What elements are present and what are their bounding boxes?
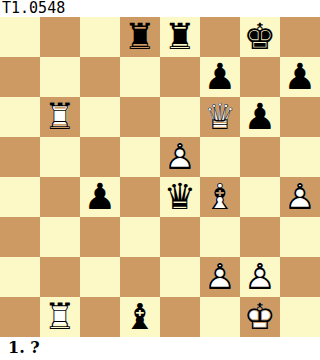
square-c2[interactable] [80, 257, 120, 297]
square-c4[interactable]: ♟ [80, 177, 120, 217]
square-h2[interactable] [280, 257, 320, 297]
square-d7[interactable] [120, 57, 160, 97]
square-b3[interactable] [40, 217, 80, 257]
piece-black-pawn[interactable]: ♟ [280, 57, 320, 97]
piece-black-pawn[interactable]: ♟ [240, 97, 280, 137]
square-h7[interactable]: ♟ [280, 57, 320, 97]
square-h4[interactable]: ♟♙ [280, 177, 320, 217]
piece-black-pawn[interactable]: ♟ [80, 177, 120, 217]
move-prompt: 1. ? [8, 338, 40, 360]
square-a6[interactable] [0, 97, 40, 137]
square-e4[interactable]: ♛ [160, 177, 200, 217]
piece-black-king[interactable]: ♚ [240, 17, 280, 57]
piece-fill-white-rook: ♜ [40, 97, 80, 137]
square-a8[interactable] [0, 17, 40, 57]
square-f2[interactable]: ♟♙ [200, 257, 240, 297]
piece-black-bishop[interactable]: ♝ [120, 297, 160, 337]
square-a2[interactable] [0, 257, 40, 297]
square-g1[interactable]: ♚♔ [240, 297, 280, 337]
square-g6[interactable]: ♟ [240, 97, 280, 137]
chess-board: ♜♜♚♟♟♜♖♛♕♟♟♙♟♛♝♗♟♙♟♙♟♙♜♖♝♚♔ [0, 17, 320, 337]
square-d1[interactable]: ♝ [120, 297, 160, 337]
square-g3[interactable] [240, 217, 280, 257]
square-c5[interactable] [80, 137, 120, 177]
square-e1[interactable] [160, 297, 200, 337]
piece-white-queen[interactable]: ♕ [200, 97, 240, 137]
square-e7[interactable] [160, 57, 200, 97]
square-d6[interactable] [120, 97, 160, 137]
piece-white-bishop[interactable]: ♗ [200, 177, 240, 217]
square-c7[interactable] [80, 57, 120, 97]
piece-white-rook[interactable]: ♖ [40, 297, 80, 337]
square-c1[interactable] [80, 297, 120, 337]
square-f4[interactable]: ♝♗ [200, 177, 240, 217]
piece-white-pawn[interactable]: ♙ [240, 257, 280, 297]
piece-fill-white-pawn: ♟ [240, 257, 280, 297]
piece-black-queen[interactable]: ♛ [160, 177, 200, 217]
square-g5[interactable] [240, 137, 280, 177]
piece-white-pawn[interactable]: ♙ [160, 137, 200, 177]
square-d5[interactable] [120, 137, 160, 177]
square-h8[interactable] [280, 17, 320, 57]
square-a3[interactable] [0, 217, 40, 257]
square-b1[interactable]: ♜♖ [40, 297, 80, 337]
square-f8[interactable] [200, 17, 240, 57]
square-e8[interactable]: ♜ [160, 17, 200, 57]
square-h3[interactable] [280, 217, 320, 257]
square-e3[interactable] [160, 217, 200, 257]
piece-fill-white-king: ♚ [240, 297, 280, 337]
square-a4[interactable] [0, 177, 40, 217]
square-c3[interactable] [80, 217, 120, 257]
square-e2[interactable] [160, 257, 200, 297]
square-a1[interactable] [0, 297, 40, 337]
piece-white-rook[interactable]: ♖ [40, 97, 80, 137]
square-f6[interactable]: ♛♕ [200, 97, 240, 137]
piece-fill-white-pawn: ♟ [160, 137, 200, 177]
square-f1[interactable] [200, 297, 240, 337]
square-d3[interactable] [120, 217, 160, 257]
square-f5[interactable] [200, 137, 240, 177]
piece-black-rook[interactable]: ♜ [120, 17, 160, 57]
square-g4[interactable] [240, 177, 280, 217]
piece-white-pawn[interactable]: ♙ [200, 257, 240, 297]
square-e5[interactable]: ♟♙ [160, 137, 200, 177]
square-g7[interactable] [240, 57, 280, 97]
square-g8[interactable]: ♚ [240, 17, 280, 57]
square-b6[interactable]: ♜♖ [40, 97, 80, 137]
square-d8[interactable]: ♜ [120, 17, 160, 57]
piece-black-pawn[interactable]: ♟ [200, 57, 240, 97]
square-g2[interactable]: ♟♙ [240, 257, 280, 297]
square-b5[interactable] [40, 137, 80, 177]
square-c6[interactable] [80, 97, 120, 137]
square-b4[interactable] [40, 177, 80, 217]
square-d4[interactable] [120, 177, 160, 217]
square-c8[interactable] [80, 17, 120, 57]
piece-fill-white-bishop: ♝ [200, 177, 240, 217]
square-h6[interactable] [280, 97, 320, 137]
piece-fill-white-rook: ♜ [40, 297, 80, 337]
square-a7[interactable] [0, 57, 40, 97]
square-d2[interactable] [120, 257, 160, 297]
piece-fill-white-queen: ♛ [200, 97, 240, 137]
square-e6[interactable] [160, 97, 200, 137]
square-b8[interactable] [40, 17, 80, 57]
piece-fill-white-pawn: ♟ [280, 177, 320, 217]
puzzle-id-title: T1.0548 [2, 0, 65, 17]
square-f3[interactable] [200, 217, 240, 257]
square-h5[interactable] [280, 137, 320, 177]
square-f7[interactable]: ♟ [200, 57, 240, 97]
square-h1[interactable] [280, 297, 320, 337]
square-b2[interactable] [40, 257, 80, 297]
piece-black-rook[interactable]: ♜ [160, 17, 200, 57]
square-b7[interactable] [40, 57, 80, 97]
square-a5[interactable] [0, 137, 40, 177]
piece-white-pawn[interactable]: ♙ [280, 177, 320, 217]
piece-fill-white-pawn: ♟ [200, 257, 240, 297]
piece-white-king[interactable]: ♔ [240, 297, 280, 337]
